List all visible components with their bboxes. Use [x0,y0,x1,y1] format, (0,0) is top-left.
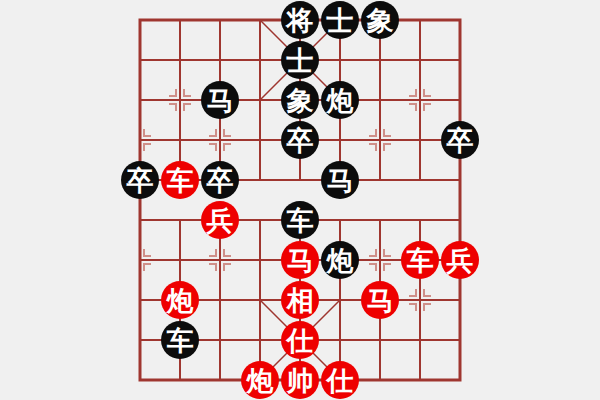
piece-red-cannon[interactable]: 炮 [241,361,279,399]
piece-black-horse[interactable]: 马 [321,161,359,199]
piece-red-general[interactable]: 帅 [281,361,319,399]
piece-black-soldier[interactable]: 卒 [441,121,479,159]
piece-black-elephant[interactable]: 象 [361,1,399,39]
piece-black-soldier[interactable]: 卒 [201,161,239,199]
board-intersections: 将士象士马象炮卒卒卒车卒马兵车马炮车兵炮相马车仕炮帅仕 [120,0,480,400]
piece-red-chariot[interactable]: 车 [401,241,439,279]
piece-black-horse[interactable]: 马 [201,81,239,119]
piece-black-advisor[interactable]: 士 [281,41,319,79]
piece-red-horse[interactable]: 马 [361,281,399,319]
piece-red-elephant[interactable]: 相 [281,281,319,319]
piece-black-cannon[interactable]: 炮 [321,241,359,279]
piece-black-chariot[interactable]: 车 [161,321,199,359]
piece-red-soldier[interactable]: 兵 [201,201,239,239]
piece-red-advisor[interactable]: 仕 [321,361,359,399]
piece-black-soldier[interactable]: 卒 [281,121,319,159]
piece-red-chariot[interactable]: 车 [161,161,199,199]
piece-red-cannon[interactable]: 炮 [161,281,199,319]
piece-red-soldier[interactable]: 兵 [441,241,479,279]
piece-black-cannon[interactable]: 炮 [321,81,359,119]
piece-black-elephant[interactable]: 象 [281,81,319,119]
piece-red-horse[interactable]: 马 [281,241,319,279]
piece-black-chariot[interactable]: 车 [281,201,319,239]
piece-black-soldier[interactable]: 卒 [121,161,159,199]
piece-red-advisor[interactable]: 仕 [281,321,319,359]
piece-black-general[interactable]: 将 [281,1,319,39]
xiangqi-board: 将士象士马象炮卒卒卒车卒马兵车马炮车兵炮相马车仕炮帅仕 [0,0,600,400]
piece-black-advisor[interactable]: 士 [321,1,359,39]
